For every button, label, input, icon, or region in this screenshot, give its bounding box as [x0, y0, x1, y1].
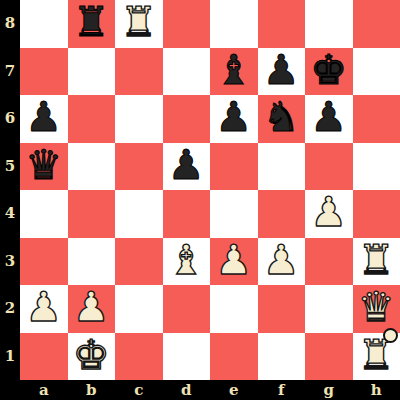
piece-white-bishop[interactable]: ♝ [168, 240, 205, 281]
square-d1[interactable] [163, 333, 211, 381]
square-a7[interactable] [20, 48, 68, 96]
square-c1[interactable] [115, 333, 163, 381]
square-d7[interactable] [163, 48, 211, 96]
piece-white-pawn[interactable]: ♟ [263, 240, 300, 281]
square-f1[interactable] [258, 333, 306, 381]
square-b3[interactable] [68, 238, 116, 286]
square-h7[interactable] [353, 48, 400, 96]
square-d3[interactable]: ♝ [163, 238, 211, 286]
square-b6[interactable] [68, 95, 116, 143]
file-label: b [68, 380, 116, 400]
square-a6[interactable]: ♟ [20, 95, 68, 143]
file-label: f [258, 380, 306, 400]
square-b4[interactable] [68, 190, 116, 238]
piece-black-rook[interactable]: ♜ [73, 2, 110, 43]
square-c6[interactable] [115, 95, 163, 143]
square-g5[interactable] [305, 143, 353, 191]
square-g4[interactable]: ♟ [305, 190, 353, 238]
square-g6[interactable]: ♟ [305, 95, 353, 143]
file-label: h [353, 380, 400, 400]
piece-black-pawn[interactable]: ♟ [310, 97, 347, 138]
rank-labels: 87654321 [0, 0, 20, 380]
rank-label: 7 [0, 48, 20, 96]
piece-black-pawn[interactable]: ♟ [263, 50, 300, 91]
square-h6[interactable] [353, 95, 400, 143]
square-e3[interactable]: ♟ [210, 238, 258, 286]
square-e7[interactable]: ♝ [210, 48, 258, 96]
piece-white-pawn[interactable]: ♟ [25, 287, 62, 328]
square-d8[interactable] [163, 0, 211, 48]
piece-black-bishop[interactable]: ♝ [215, 50, 252, 91]
square-g1[interactable] [305, 333, 353, 381]
square-g7[interactable]: ♚ [305, 48, 353, 96]
square-e6[interactable]: ♟ [210, 95, 258, 143]
square-b8[interactable]: ♜ [68, 0, 116, 48]
square-a1[interactable] [20, 333, 68, 381]
square-c2[interactable] [115, 285, 163, 333]
piece-white-pawn[interactable]: ♟ [215, 240, 252, 281]
file-label: c [115, 380, 163, 400]
square-a2[interactable]: ♟ [20, 285, 68, 333]
square-d4[interactable] [163, 190, 211, 238]
gutter-corner [0, 380, 20, 400]
square-a3[interactable] [20, 238, 68, 286]
file-labels: abcdefgh [20, 380, 400, 400]
square-e4[interactable] [210, 190, 258, 238]
piece-white-pawn[interactable]: ♟ [310, 192, 347, 233]
file-label: e [210, 380, 258, 400]
square-g2[interactable] [305, 285, 353, 333]
square-f7[interactable]: ♟ [258, 48, 306, 96]
square-e5[interactable] [210, 143, 258, 191]
piece-black-king[interactable]: ♚ [310, 50, 347, 91]
square-d2[interactable] [163, 285, 211, 333]
square-a4[interactable] [20, 190, 68, 238]
square-c8[interactable]: ♜ [115, 0, 163, 48]
square-c3[interactable] [115, 238, 163, 286]
square-c5[interactable] [115, 143, 163, 191]
square-c4[interactable] [115, 190, 163, 238]
rank-label: 3 [0, 238, 20, 286]
square-b1[interactable]: ♚ [68, 333, 116, 381]
square-h8[interactable] [353, 0, 400, 48]
piece-white-pawn[interactable]: ♟ [73, 287, 110, 328]
piece-black-queen[interactable]: ♛ [25, 145, 62, 186]
square-b2[interactable]: ♟ [68, 285, 116, 333]
square-d6[interactable] [163, 95, 211, 143]
piece-white-queen[interactable]: ♛ [358, 287, 395, 328]
rank-label: 4 [0, 190, 20, 238]
square-h2[interactable]: ♛ [353, 285, 400, 333]
square-f6[interactable]: ♞ [258, 95, 306, 143]
file-label: a [20, 380, 68, 400]
chess-board-panel: 87654321 ♜♜♝♟♚♟♟♞♟♛♟♟♝♟♟♜♟♟♛♚♜ abcdefgh [0, 0, 400, 400]
square-g3[interactable] [305, 238, 353, 286]
square-h5[interactable] [353, 143, 400, 191]
rank-label: 6 [0, 95, 20, 143]
file-label: g [305, 380, 353, 400]
square-a8[interactable] [20, 0, 68, 48]
rank-label: 5 [0, 143, 20, 191]
chess-board: ♜♜♝♟♚♟♟♞♟♛♟♟♝♟♟♜♟♟♛♚♜ [20, 0, 400, 380]
square-f4[interactable] [258, 190, 306, 238]
piece-black-pawn[interactable]: ♟ [25, 97, 62, 138]
rank-label: 1 [0, 333, 20, 381]
square-h3[interactable]: ♜ [353, 238, 400, 286]
piece-black-pawn[interactable]: ♟ [215, 97, 252, 138]
square-f3[interactable]: ♟ [258, 238, 306, 286]
file-label: d [163, 380, 211, 400]
piece-black-pawn[interactable]: ♟ [168, 145, 205, 186]
square-d5[interactable]: ♟ [163, 143, 211, 191]
square-g8[interactable] [305, 0, 353, 48]
square-f2[interactable] [258, 285, 306, 333]
piece-white-rook[interactable]: ♜ [358, 240, 395, 281]
square-h4[interactable] [353, 190, 400, 238]
square-e1[interactable] [210, 333, 258, 381]
square-e2[interactable] [210, 285, 258, 333]
square-b5[interactable] [68, 143, 116, 191]
square-f5[interactable] [258, 143, 306, 191]
square-a5[interactable]: ♛ [20, 143, 68, 191]
piece-white-rook[interactable]: ♜ [120, 2, 157, 43]
square-e8[interactable] [210, 0, 258, 48]
rank-label: 2 [0, 285, 20, 333]
square-c7[interactable] [115, 48, 163, 96]
white-to-move-indicator-icon [383, 328, 398, 343]
rank-label: 8 [0, 0, 20, 48]
square-f8[interactable] [258, 0, 306, 48]
piece-black-knight[interactable]: ♞ [263, 97, 300, 138]
square-b7[interactable] [68, 48, 116, 96]
piece-white-king[interactable]: ♚ [73, 335, 110, 376]
